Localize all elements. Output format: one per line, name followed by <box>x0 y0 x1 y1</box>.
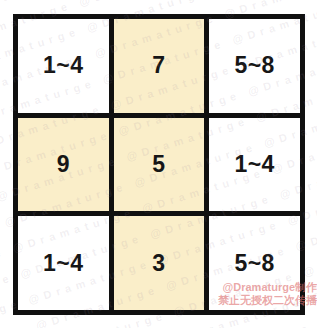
cell-r2c2: 5 <box>114 118 205 212</box>
cell-r1c2: 7 <box>114 19 205 113</box>
cell-r3c2: 3 <box>114 216 205 310</box>
cell-r2c3[interactable]: 1~4 <box>209 118 300 212</box>
cell-r1c3[interactable]: 5~8 <box>209 19 300 113</box>
magic-square-board: 1~4 7 5~8 9 5 1~4 1~4 3 5~8 <box>13 14 305 315</box>
cell-r3c3[interactable]: 5~8 <box>209 216 300 310</box>
cell-r1c1[interactable]: 1~4 <box>18 19 109 113</box>
cell-r2c1: 9 <box>18 118 109 212</box>
cell-r3c1[interactable]: 1~4 <box>18 216 109 310</box>
